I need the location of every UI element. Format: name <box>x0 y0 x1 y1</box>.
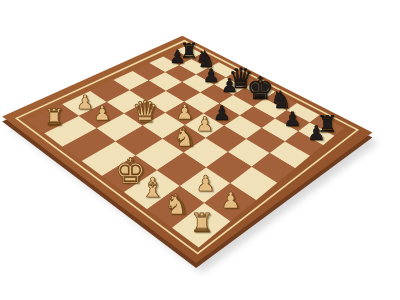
piece-black-pawn-d7[interactable]: ♟ <box>221 74 238 96</box>
piece-black-pawn-g7[interactable]: ♟ <box>283 107 301 131</box>
piece-white-pawn-d4[interactable]: ♟ <box>176 101 194 124</box>
piece-black-pawn-e5[interactable]: ♟ <box>213 102 231 125</box>
piece-white-pawn-a2[interactable]: ♟ <box>76 91 93 114</box>
piece-white-rook-a1[interactable]: ♜ <box>44 104 65 130</box>
chess-board: ♜♟♞♟♛♟♚♞♟♛♟♟♟♜♟♜♟♟♞♚♟♝♟♞♜ <box>0 0 400 300</box>
piece-white-queen-c3[interactable]: ♛ <box>132 95 159 129</box>
piece-white-bishop-f1[interactable]: ♝ <box>140 172 165 203</box>
piece-white-pawn-g2[interactable]: ♟ <box>196 171 216 196</box>
piece-white-pawn-b2[interactable]: ♟ <box>93 102 111 125</box>
piece-white-knight-e3[interactable]: ♞ <box>173 122 196 152</box>
piece-black-pawn-h7[interactable]: ♟ <box>307 121 325 145</box>
piece-black-pawn-c7[interactable]: ♟ <box>203 65 220 86</box>
piece-white-pawn-e4[interactable]: ♟ <box>196 112 214 136</box>
chess-photo: ♜♟♞♟♛♟♚♞♟♛♟♟♟♜♟♜♟♟♞♚♟♝♟♞♜ <box>0 0 400 300</box>
piece-white-rook-h1[interactable]: ♜ <box>190 208 214 238</box>
piece-white-pawn-h2[interactable]: ♟ <box>221 187 241 213</box>
piece-black-pawn-a7[interactable]: ♟ <box>169 46 185 67</box>
piece-white-knight-g1[interactable]: ♞ <box>164 188 189 221</box>
